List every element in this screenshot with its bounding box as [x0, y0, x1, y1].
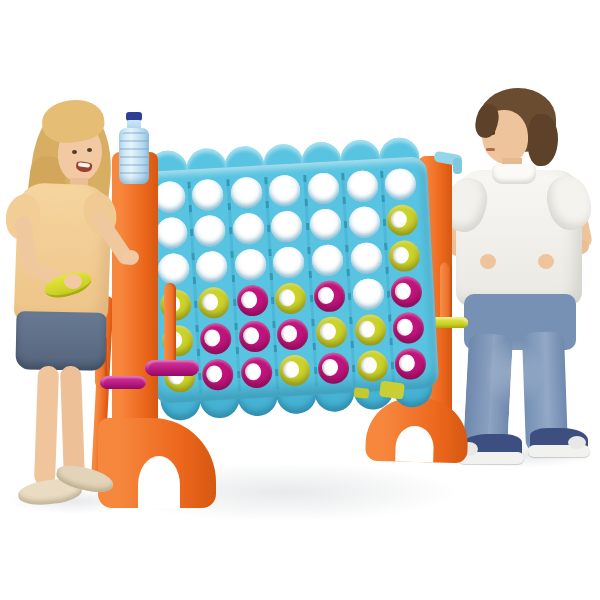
cell-d2[interactable] [277, 318, 310, 351]
cell-f5[interactable] [348, 205, 381, 238]
boy-hair-side [528, 114, 558, 166]
cell-e3[interactable] [313, 279, 346, 312]
right-foot-arch [395, 425, 434, 463]
boy-sneaker-right-toe [568, 436, 586, 449]
cell-e1[interactable] [317, 351, 350, 384]
cell-e6[interactable] [307, 172, 340, 205]
scene [0, 0, 600, 600]
cell-b1[interactable] [201, 358, 234, 391]
boy-jeans-fade [484, 338, 544, 408]
cell-d1[interactable] [279, 354, 312, 387]
cell-f2[interactable] [354, 313, 387, 346]
girl-left-leg [34, 366, 59, 487]
cell-b5[interactable] [193, 214, 226, 247]
cell-d3[interactable] [275, 282, 308, 315]
cell-e2[interactable] [315, 315, 348, 348]
cell-c4[interactable] [234, 248, 267, 281]
cell-a4[interactable] [157, 252, 190, 285]
board-leg-connector-small [354, 387, 370, 399]
cell-f3[interactable] [352, 277, 385, 310]
board-leg-connector [379, 380, 405, 399]
cell-g2[interactable] [392, 311, 425, 344]
boy-hand-left [480, 254, 496, 269]
left-tray-peg-rear [164, 283, 176, 371]
girl-eye-right [87, 148, 92, 152]
girl-left-hand [122, 250, 139, 265]
cell-g3[interactable] [390, 275, 423, 308]
cell-g4[interactable] [388, 239, 421, 272]
girl-eye-left [72, 150, 77, 154]
cell-d4[interactable] [273, 246, 306, 279]
cell-g6[interactable] [384, 167, 417, 200]
cell-d5[interactable] [270, 210, 303, 243]
cell-e5[interactable] [309, 208, 342, 241]
cell-c6[interactable] [230, 176, 263, 209]
cell-f1[interactable] [356, 349, 389, 382]
cell-c1[interactable] [240, 356, 273, 389]
cell-b6[interactable] [191, 178, 224, 211]
boy-hand-right [538, 254, 554, 269]
cell-b4[interactable] [195, 250, 228, 283]
cell-d6[interactable] [268, 174, 301, 207]
cell-c5[interactable] [232, 212, 265, 245]
cell-b2[interactable] [199, 322, 232, 355]
boy-collar [492, 164, 536, 184]
cell-e4[interactable] [311, 244, 344, 277]
cell-c2[interactable] [238, 320, 271, 353]
girl-right-hand [64, 274, 82, 289]
boy-mouth [486, 148, 495, 151]
girl-denim-shorts [16, 311, 107, 371]
cell-f4[interactable] [350, 241, 383, 274]
cell-f6[interactable] [346, 169, 379, 202]
cell-g5[interactable] [386, 203, 419, 236]
girl-player [0, 98, 160, 518]
cell-c3[interactable] [236, 284, 269, 317]
boy-player [440, 86, 600, 476]
cell-g1[interactable] [394, 347, 427, 380]
right-frame-bracket-drop [453, 158, 462, 174]
cell-b3[interactable] [197, 286, 230, 319]
